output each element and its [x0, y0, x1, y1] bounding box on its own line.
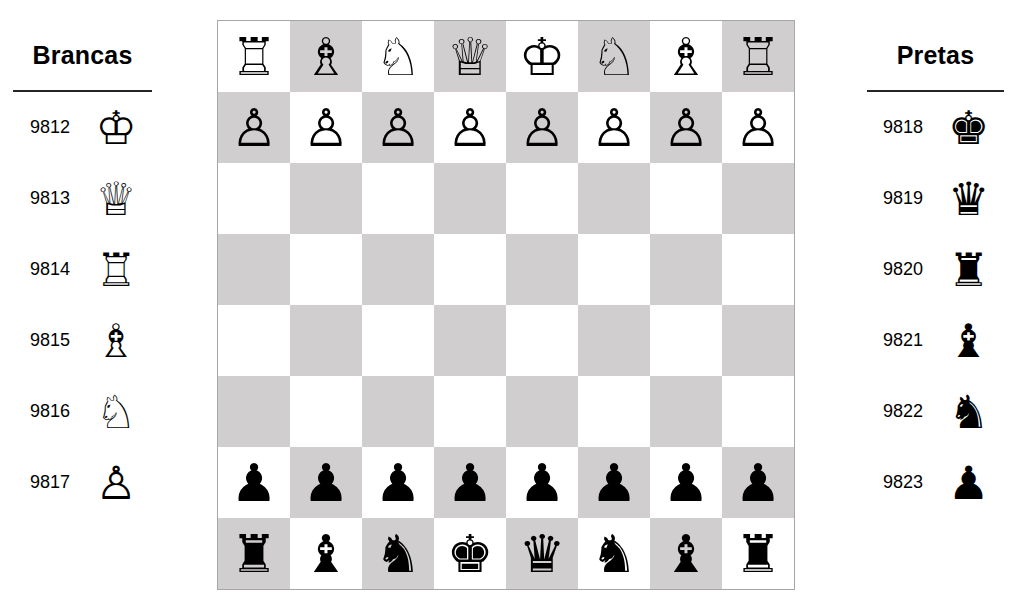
piece-glyph: ♛ — [519, 528, 566, 580]
square-r2c1[interactable]: ♙ — [218, 92, 290, 163]
square-r2c2[interactable]: ♙ — [290, 92, 362, 163]
white-pawn-glyph: ♙ — [80, 460, 152, 506]
unicode-row-white-bishop: 9815♗ — [13, 305, 152, 376]
square-r1c7[interactable]: ♗ — [650, 21, 722, 92]
square-r3c2[interactable] — [290, 163, 362, 234]
piece-glyph: ♜ — [231, 528, 278, 580]
unicode-chess-sheet: Brancas 9812♔9813♕9814♖9815♗9816♘9817♙ ♖… — [0, 0, 1012, 598]
square-r4c4[interactable] — [434, 234, 506, 305]
square-r5c3[interactable] — [362, 305, 434, 376]
square-r2c6[interactable]: ♙ — [578, 92, 650, 163]
square-r4c1[interactable] — [218, 234, 290, 305]
piece-glyph: ♙ — [447, 102, 494, 154]
black-panel-rows: 9818♚9819♛9820♜9821♝9822♞9823♟ — [867, 92, 1004, 518]
unicode-row-black-knight: 9822♞ — [867, 376, 1004, 447]
square-r3c8[interactable] — [722, 163, 794, 234]
square-r4c2[interactable] — [290, 234, 362, 305]
piece-glyph: ♞ — [375, 528, 422, 580]
square-r1c8[interactable]: ♖ — [722, 21, 794, 92]
unicode-row-black-pawn: 9823♟ — [867, 447, 1004, 518]
square-r7c8[interactable]: ♟ — [722, 447, 794, 518]
piece-glyph: ♚ — [447, 528, 494, 580]
square-r1c4[interactable]: ♕ — [434, 21, 506, 92]
square-r1c3[interactable]: ♘ — [362, 21, 434, 92]
piece-glyph: ♟ — [447, 457, 494, 509]
piece-glyph: ♙ — [663, 102, 710, 154]
piece-glyph: ♗ — [303, 31, 350, 83]
unicode-row-black-rook: 9820♜ — [867, 234, 1004, 305]
unicode-value: 9822 — [883, 401, 933, 422]
white-knight-glyph: ♘ — [80, 389, 152, 435]
square-r5c2[interactable] — [290, 305, 362, 376]
white-bishop-glyph: ♗ — [80, 318, 152, 364]
square-r4c5[interactable] — [506, 234, 578, 305]
black-pawn-glyph: ♟ — [933, 460, 1004, 506]
square-r8c8[interactable]: ♜ — [722, 518, 794, 589]
square-r6c2[interactable] — [290, 376, 362, 447]
unicode-row-white-knight: 9816♘ — [13, 376, 152, 447]
piece-glyph: ♟ — [519, 457, 566, 509]
white-panel-rows: 9812♔9813♕9814♖9815♗9816♘9817♙ — [13, 92, 152, 518]
square-r3c6[interactable] — [578, 163, 650, 234]
square-r1c1[interactable]: ♖ — [218, 21, 290, 92]
unicode-row-white-pawn: 9817♙ — [13, 447, 152, 518]
black-bishop-glyph: ♝ — [933, 318, 1004, 364]
piece-glyph: ♗ — [663, 31, 710, 83]
unicode-row-white-rook: 9814♖ — [13, 234, 152, 305]
unicode-value: 9812 — [30, 117, 80, 138]
piece-glyph: ♟ — [303, 457, 350, 509]
black-knight-glyph: ♞ — [933, 389, 1004, 435]
square-r5c7[interactable] — [650, 305, 722, 376]
piece-glyph: ♟ — [231, 457, 278, 509]
square-r8c7[interactable]: ♝ — [650, 518, 722, 589]
unicode-row-black-king: 9818♚ — [867, 92, 1004, 163]
square-r7c3[interactable]: ♟ — [362, 447, 434, 518]
square-r7c2[interactable]: ♟ — [290, 447, 362, 518]
square-r2c3[interactable]: ♙ — [362, 92, 434, 163]
square-r8c6[interactable]: ♞ — [578, 518, 650, 589]
square-r6c1[interactable] — [218, 376, 290, 447]
square-r8c1[interactable]: ♜ — [218, 518, 290, 589]
white-pieces-panel: Brancas 9812♔9813♕9814♖9815♗9816♘9817♙ — [13, 20, 152, 518]
square-r1c5[interactable]: ♔ — [506, 21, 578, 92]
square-r5c6[interactable] — [578, 305, 650, 376]
square-r5c4[interactable] — [434, 305, 506, 376]
white-panel-title: Brancas — [13, 20, 152, 92]
black-panel-title: Pretas — [867, 20, 1004, 92]
piece-glyph: ♝ — [663, 528, 710, 580]
square-r1c6[interactable]: ♘ — [578, 21, 650, 92]
piece-glyph: ♙ — [375, 102, 422, 154]
square-r7c1[interactable]: ♟ — [218, 447, 290, 518]
piece-glyph: ♟ — [375, 457, 422, 509]
unicode-value: 9813 — [30, 188, 80, 209]
black-rook-glyph: ♜ — [933, 247, 1004, 293]
square-r5c1[interactable] — [218, 305, 290, 376]
black-king-glyph: ♚ — [933, 105, 1004, 151]
unicode-row-black-bishop: 9821♝ — [867, 305, 1004, 376]
square-r4c8[interactable] — [722, 234, 794, 305]
piece-glyph: ♘ — [591, 31, 638, 83]
square-r6c7[interactable] — [650, 376, 722, 447]
piece-glyph: ♟ — [663, 457, 710, 509]
square-r3c1[interactable] — [218, 163, 290, 234]
unicode-value: 9814 — [30, 259, 80, 280]
square-r3c7[interactable] — [650, 163, 722, 234]
piece-glyph: ♕ — [447, 31, 494, 83]
piece-glyph: ♙ — [303, 102, 350, 154]
piece-glyph: ♝ — [303, 528, 350, 580]
white-king-glyph: ♔ — [80, 105, 152, 151]
square-r6c5[interactable] — [506, 376, 578, 447]
square-r8c4[interactable]: ♚ — [434, 518, 506, 589]
square-r6c3[interactable] — [362, 376, 434, 447]
square-r3c3[interactable] — [362, 163, 434, 234]
piece-glyph: ♙ — [735, 102, 782, 154]
unicode-value: 9818 — [883, 117, 933, 138]
square-r6c6[interactable] — [578, 376, 650, 447]
square-r6c8[interactable] — [722, 376, 794, 447]
unicode-row-white-king: 9812♔ — [13, 92, 152, 163]
square-r5c5[interactable] — [506, 305, 578, 376]
square-r8c2[interactable]: ♝ — [290, 518, 362, 589]
piece-glyph: ♜ — [735, 528, 782, 580]
piece-glyph: ♔ — [519, 31, 566, 83]
piece-glyph: ♙ — [231, 102, 278, 154]
unicode-value: 9815 — [30, 330, 80, 351]
square-r4c7[interactable] — [650, 234, 722, 305]
square-r7c4[interactable]: ♟ — [434, 447, 506, 518]
unicode-value: 9820 — [883, 259, 933, 280]
unicode-row-white-queen: 9813♕ — [13, 163, 152, 234]
unicode-value: 9823 — [883, 472, 933, 493]
square-r2c4[interactable]: ♙ — [434, 92, 506, 163]
black-queen-glyph: ♛ — [933, 176, 1004, 222]
square-r7c5[interactable]: ♟ — [506, 447, 578, 518]
square-r2c8[interactable]: ♙ — [722, 92, 794, 163]
unicode-value: 9821 — [883, 330, 933, 351]
square-r4c6[interactable] — [578, 234, 650, 305]
square-r2c5[interactable]: ♙ — [506, 92, 578, 163]
square-r5c8[interactable] — [722, 305, 794, 376]
piece-glyph: ♖ — [735, 31, 782, 83]
piece-glyph: ♘ — [375, 31, 422, 83]
square-r6c4[interactable] — [434, 376, 506, 447]
square-r7c7[interactable]: ♟ — [650, 447, 722, 518]
square-r7c6[interactable]: ♟ — [578, 447, 650, 518]
square-r8c5[interactable]: ♛ — [506, 518, 578, 589]
white-rook-glyph: ♖ — [80, 247, 152, 293]
white-queen-glyph: ♕ — [80, 176, 152, 222]
chess-board: ♖♗♘♕♔♘♗♖♙♙♙♙♙♙♙♙♟♟♟♟♟♟♟♟♜♝♞♚♛♞♝♜ — [217, 20, 795, 590]
square-r8c3[interactable]: ♞ — [362, 518, 434, 589]
black-pieces-panel: Pretas 9818♚9819♛9820♜9821♝9822♞9823♟ — [867, 20, 1004, 518]
piece-glyph: ♖ — [231, 31, 278, 83]
square-r2c7[interactable]: ♙ — [650, 92, 722, 163]
square-r4c3[interactable] — [362, 234, 434, 305]
square-r3c4[interactable] — [434, 163, 506, 234]
unicode-value: 9816 — [30, 401, 80, 422]
piece-glyph: ♙ — [519, 102, 566, 154]
square-r1c2[interactable]: ♗ — [290, 21, 362, 92]
piece-glyph: ♙ — [591, 102, 638, 154]
square-r3c5[interactable] — [506, 163, 578, 234]
piece-glyph: ♟ — [591, 457, 638, 509]
unicode-value: 9817 — [30, 472, 80, 493]
unicode-value: 9819 — [883, 188, 933, 209]
unicode-row-black-queen: 9819♛ — [867, 163, 1004, 234]
piece-glyph: ♟ — [735, 457, 782, 509]
piece-glyph: ♞ — [591, 528, 638, 580]
